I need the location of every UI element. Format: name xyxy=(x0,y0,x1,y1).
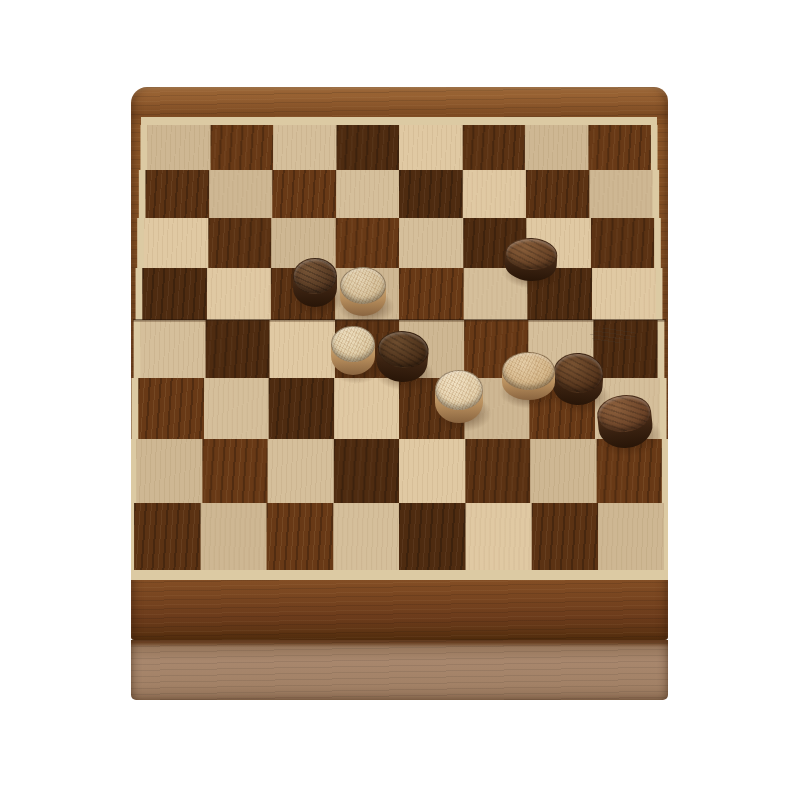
piece-top-face xyxy=(340,267,386,304)
checker-piece-dark[interactable] xyxy=(293,258,337,307)
checker-piece-dark[interactable] xyxy=(504,237,558,283)
checker-piece-light[interactable] xyxy=(331,326,375,375)
checker-piece-light[interactable] xyxy=(502,352,555,400)
checker-piece-dark[interactable] xyxy=(374,328,430,384)
piece-top-face xyxy=(435,370,483,410)
checker-piece-light[interactable] xyxy=(435,370,483,423)
piece-top-face xyxy=(331,326,375,362)
piece-top-face xyxy=(293,258,337,294)
piece-top-face xyxy=(502,352,555,390)
product-photo xyxy=(0,0,800,800)
checker-piece-dark[interactable] xyxy=(595,392,654,450)
checker-piece-light[interactable] xyxy=(340,267,386,316)
pieces-layer xyxy=(0,0,800,800)
